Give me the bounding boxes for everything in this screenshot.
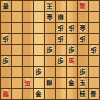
shogi-app: 香王龍金銀歩歩金歩歩歩歩歩歩歩歩馬歩歩馬銀金玉龍金桂香 (0, 0, 100, 100)
board-square-1b[interactable] (89, 12, 99, 22)
board-square-1d[interactable] (89, 34, 99, 44)
board-square-3b[interactable] (67, 12, 77, 22)
board-square-7c[interactable] (23, 23, 33, 33)
board-square-2e[interactable] (78, 45, 88, 55)
board-square-9b[interactable] (1, 12, 11, 22)
board-square-1g[interactable] (89, 67, 99, 77)
board-square-4g[interactable] (56, 67, 66, 77)
board-square-5f[interactable] (45, 56, 55, 66)
board-square-9h[interactable] (1, 78, 11, 88)
board-square-4e[interactable] (56, 45, 66, 55)
board-square-7f[interactable] (23, 56, 33, 66)
board-square-8h[interactable] (12, 78, 22, 88)
board-square-3i[interactable] (67, 89, 77, 99)
board-square-6h[interactable] (34, 78, 44, 88)
board-square-3a[interactable] (67, 1, 77, 11)
board-square-5d[interactable] (45, 34, 55, 44)
board-square-1a[interactable] (89, 1, 99, 11)
board-square-5i[interactable] (45, 89, 55, 99)
board-square-2f[interactable] (78, 56, 88, 66)
board-square-6a[interactable] (34, 1, 44, 11)
board-square-7e[interactable] (23, 45, 33, 55)
board-square-6c[interactable] (34, 23, 44, 33)
board-square-8b[interactable] (12, 12, 22, 22)
board-square-4a[interactable] (56, 1, 66, 11)
shogi-board: 香王龍金銀歩歩金歩歩歩歩歩歩歩歩馬歩歩馬銀金玉龍金桂香 (0, 0, 100, 100)
board-square-4h[interactable] (56, 78, 66, 88)
board-square-6e[interactable] (34, 45, 44, 55)
board-square-8f[interactable] (12, 56, 22, 66)
board-square-7d[interactable] (23, 34, 33, 44)
board-square-7i[interactable] (23, 89, 33, 99)
board-square-6d[interactable] (34, 34, 44, 44)
board-square-9g[interactable] (1, 67, 11, 77)
board-square-2b[interactable] (78, 12, 88, 22)
board-square-7a[interactable] (23, 1, 33, 11)
board-square-8a[interactable] (12, 1, 22, 11)
board-square-1c[interactable] (89, 23, 99, 33)
board-square-1f[interactable] (89, 56, 99, 66)
board-square-7g[interactable] (23, 67, 33, 77)
board-square-9c[interactable] (1, 23, 11, 33)
board-square-7b[interactable] (23, 12, 33, 22)
board-square-8e[interactable] (12, 45, 22, 55)
board-square-8c[interactable] (12, 23, 22, 33)
board-square-1h[interactable] (89, 78, 99, 88)
board-square-3g[interactable] (67, 67, 77, 77)
board-square-4i[interactable] (56, 89, 66, 99)
board-square-6b[interactable] (34, 12, 44, 22)
board-square-6f[interactable] (34, 56, 44, 66)
board-square-8d[interactable] (12, 34, 22, 44)
board-square-9e[interactable] (1, 45, 11, 55)
board-square-5g[interactable] (45, 67, 55, 77)
board-square-5c[interactable] (45, 23, 55, 33)
board-square-8i[interactable] (12, 89, 22, 99)
board-square-8g[interactable] (12, 67, 22, 77)
board-square-3d[interactable] (67, 34, 77, 44)
